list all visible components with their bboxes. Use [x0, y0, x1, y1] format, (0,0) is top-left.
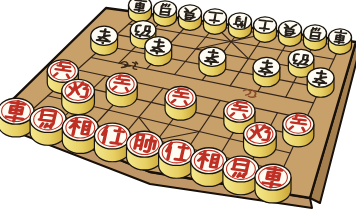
piece-black-f1r0[interactable]	[154, 1, 177, 26]
piece-black-f4r3[interactable]	[199, 47, 226, 76]
piece-black-f8r0[interactable]	[329, 29, 352, 54]
piece-red-f1r7[interactable]	[62, 79, 95, 114]
piece-red-f3r9[interactable]	[94, 123, 130, 162]
piece-red-f4r9[interactable]	[127, 131, 163, 170]
piece-red-f8r6[interactable]	[283, 113, 314, 147]
piece-top	[159, 140, 195, 166]
piece-red-f2r6[interactable]	[106, 73, 137, 107]
piece-black-f8r3[interactable]	[307, 68, 334, 97]
xiangqi-scene	[0, 0, 356, 212]
piece-red-f0r9[interactable]	[0, 98, 34, 137]
piece-black-f6r0[interactable]	[279, 21, 302, 46]
piece-black-f4r0[interactable]	[229, 13, 252, 38]
piece-red-f7r7[interactable]	[244, 122, 277, 157]
xiangqi-board	[0, 0, 356, 212]
piece-red-f1r9[interactable]	[30, 107, 66, 146]
piece-black-f2r3[interactable]	[145, 37, 172, 66]
piece-red-f4r6[interactable]	[165, 86, 196, 120]
piece-black-f3r0[interactable]	[204, 9, 227, 34]
piece-black-f5r0[interactable]	[254, 17, 277, 42]
piece-red-f7r9[interactable]	[223, 156, 259, 195]
piece-black-f0r3[interactable]	[91, 26, 118, 55]
piece-black-f6r3[interactable]	[253, 57, 280, 86]
piece-red-f6r9[interactable]	[191, 148, 227, 187]
piece-red-f2r9[interactable]	[62, 115, 98, 154]
piece-black-f2r0[interactable]	[179, 5, 202, 30]
piece-red-f8r9[interactable]	[255, 164, 291, 203]
piece-black-f7r0[interactable]	[304, 25, 327, 50]
piece-top	[94, 123, 130, 149]
piece-black-f0r0[interactable]	[129, 0, 152, 22]
piece-red-f5r9[interactable]	[159, 140, 195, 179]
